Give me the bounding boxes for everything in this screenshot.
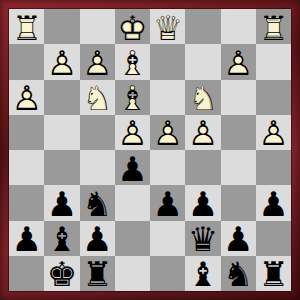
square-c4[interactable]: ♟♙	[185, 115, 220, 150]
square-e6[interactable]	[115, 185, 150, 220]
square-h7[interactable]: ♟	[9, 221, 44, 256]
piece-white-queen: ♛♕	[150, 9, 185, 44]
square-e8[interactable]	[115, 256, 150, 291]
square-a5[interactable]	[256, 150, 291, 185]
piece-black-pawn: ♟	[185, 185, 220, 220]
square-d5[interactable]	[150, 150, 185, 185]
white-piece-outline-glyph: ♙	[115, 116, 150, 151]
black-piece-glyph: ♟	[44, 186, 79, 221]
square-d1[interactable]: ♛♕	[150, 9, 185, 44]
piece-black-pawn: ♟	[115, 150, 150, 185]
square-c6[interactable]: ♟	[185, 185, 220, 220]
white-piece-outline-glyph: ♕	[150, 10, 185, 45]
square-h1[interactable]: ♜♖	[9, 9, 44, 44]
square-a7[interactable]	[256, 221, 291, 256]
square-b8[interactable]: ♞	[221, 256, 256, 291]
square-c7[interactable]: ♛	[185, 221, 220, 256]
square-b1[interactable]	[221, 9, 256, 44]
white-piece-outline-glyph: ♖	[256, 10, 291, 45]
piece-black-pawn: ♟	[9, 221, 44, 256]
piece-black-rook: ♜	[256, 256, 291, 291]
piece-black-bishop: ♝	[44, 221, 79, 256]
piece-white-pawn: ♟♙	[185, 115, 220, 150]
piece-black-pawn: ♟	[44, 185, 79, 220]
piece-black-rook: ♜	[80, 256, 115, 291]
piece-white-knight: ♞♘	[80, 80, 115, 115]
square-h8[interactable]	[9, 256, 44, 291]
square-f6[interactable]: ♞	[80, 185, 115, 220]
piece-white-pawn: ♟♙	[80, 44, 115, 79]
black-piece-glyph: ♝	[44, 222, 79, 257]
square-g3[interactable]	[44, 80, 79, 115]
square-g7[interactable]: ♝	[44, 221, 79, 256]
black-piece-glyph: ♛	[185, 222, 220, 257]
square-f1[interactable]	[80, 9, 115, 44]
black-piece-glyph: ♜	[256, 257, 291, 292]
piece-white-pawn: ♟♙	[221, 44, 256, 79]
square-f2[interactable]: ♟♙	[80, 44, 115, 79]
square-f4[interactable]	[80, 115, 115, 150]
piece-black-king: ♚	[44, 256, 79, 291]
square-b2[interactable]: ♟♙	[221, 44, 256, 79]
square-c1[interactable]	[185, 9, 220, 44]
piece-white-bishop: ♝♗	[115, 44, 150, 79]
square-d2[interactable]	[150, 44, 185, 79]
square-c2[interactable]	[185, 44, 220, 79]
square-b3[interactable]	[221, 80, 256, 115]
piece-white-pawn: ♟♙	[115, 115, 150, 150]
square-g6[interactable]: ♟	[44, 185, 79, 220]
white-piece-outline-glyph: ♖	[9, 10, 44, 45]
square-g2[interactable]: ♟♙	[44, 44, 79, 79]
white-piece-outline-glyph: ♗	[115, 81, 150, 116]
piece-white-pawn: ♟♙	[44, 44, 79, 79]
white-piece-outline-glyph: ♙	[150, 116, 185, 151]
piece-white-pawn: ♟♙	[150, 115, 185, 150]
black-piece-glyph: ♟	[80, 222, 115, 257]
white-piece-outline-glyph: ♗	[115, 45, 150, 80]
black-piece-glyph: ♞	[80, 186, 115, 221]
white-piece-outline-glyph: ♙	[9, 81, 44, 116]
square-h2[interactable]	[9, 44, 44, 79]
square-d3[interactable]	[150, 80, 185, 115]
square-f5[interactable]	[80, 150, 115, 185]
piece-black-bishop: ♝	[185, 256, 220, 291]
white-piece-outline-glyph: ♘	[80, 81, 115, 116]
square-g8[interactable]: ♚	[44, 256, 79, 291]
white-piece-outline-glyph: ♙	[185, 116, 220, 151]
square-a8[interactable]: ♜	[256, 256, 291, 291]
piece-white-pawn: ♟♙	[256, 115, 291, 150]
square-b4[interactable]	[221, 115, 256, 150]
square-g4[interactable]	[44, 115, 79, 150]
white-piece-outline-glyph: ♙	[221, 45, 256, 80]
square-f8[interactable]: ♜	[80, 256, 115, 291]
square-d6[interactable]: ♟	[150, 185, 185, 220]
piece-black-pawn: ♟	[150, 185, 185, 220]
black-piece-glyph: ♟	[221, 222, 256, 257]
square-d8[interactable]	[150, 256, 185, 291]
piece-white-rook: ♜♖	[9, 9, 44, 44]
square-a3[interactable]	[256, 80, 291, 115]
white-piece-outline-glyph: ♙	[256, 116, 291, 151]
piece-black-queen: ♛	[185, 221, 220, 256]
black-piece-glyph: ♟	[185, 186, 220, 221]
square-d7[interactable]	[150, 221, 185, 256]
square-c5[interactable]	[185, 150, 220, 185]
square-h3[interactable]: ♟♙	[9, 80, 44, 115]
black-piece-glyph: ♚	[44, 257, 79, 292]
square-g1[interactable]	[44, 9, 79, 44]
white-piece-outline-glyph: ♔	[115, 10, 150, 45]
square-h6[interactable]	[9, 185, 44, 220]
piece-black-knight: ♞	[221, 256, 256, 291]
square-c8[interactable]: ♝	[185, 256, 220, 291]
black-piece-glyph: ♟	[150, 186, 185, 221]
square-a2[interactable]	[256, 44, 291, 79]
chess-board: ♜♖♚♔♛♕♜♖♟♙♟♙♝♗♟♙♟♙♞♘♝♗♞♘♟♙♟♙♟♙♟♙♟♟♞♟♟♟♟♝…	[9, 9, 291, 291]
piece-white-bishop: ♝♗	[115, 80, 150, 115]
black-piece-glyph: ♟	[115, 151, 150, 186]
square-a1[interactable]: ♜♖	[256, 9, 291, 44]
square-e7[interactable]	[115, 221, 150, 256]
square-a6[interactable]: ♟	[256, 185, 291, 220]
piece-white-king: ♚♔	[115, 9, 150, 44]
square-e1[interactable]: ♚♔	[115, 9, 150, 44]
square-h5[interactable]	[9, 150, 44, 185]
square-d4[interactable]: ♟♙	[150, 115, 185, 150]
white-piece-outline-glyph: ♙	[80, 45, 115, 80]
black-piece-glyph: ♞	[221, 257, 256, 292]
square-g5[interactable]	[44, 150, 79, 185]
piece-black-pawn: ♟	[221, 221, 256, 256]
piece-white-pawn: ♟♙	[9, 80, 44, 115]
piece-black-pawn: ♟	[80, 221, 115, 256]
square-a4[interactable]: ♟♙	[256, 115, 291, 150]
square-h4[interactable]	[9, 115, 44, 150]
piece-white-knight: ♞♘	[185, 80, 220, 115]
white-piece-outline-glyph: ♘	[185, 81, 220, 116]
square-e4[interactable]: ♟♙	[115, 115, 150, 150]
square-e3[interactable]: ♝♗	[115, 80, 150, 115]
square-b7[interactable]: ♟	[221, 221, 256, 256]
square-b5[interactable]	[221, 150, 256, 185]
square-e5[interactable]: ♟	[115, 150, 150, 185]
black-piece-glyph: ♜	[80, 257, 115, 292]
square-f7[interactable]: ♟	[80, 221, 115, 256]
square-b6[interactable]	[221, 185, 256, 220]
board-frame: ♜♖♚♔♛♕♜♖♟♙♟♙♝♗♟♙♟♙♞♘♝♗♞♘♟♙♟♙♟♙♟♙♟♟♞♟♟♟♟♝…	[0, 0, 300, 300]
square-f3[interactable]: ♞♘	[80, 80, 115, 115]
black-piece-glyph: ♟	[9, 222, 44, 257]
piece-black-pawn: ♟	[256, 185, 291, 220]
square-e2[interactable]: ♝♗	[115, 44, 150, 79]
square-c3[interactable]: ♞♘	[185, 80, 220, 115]
white-piece-outline-glyph: ♙	[44, 45, 79, 80]
black-piece-glyph: ♝	[185, 257, 220, 292]
black-piece-glyph: ♟	[256, 186, 291, 221]
piece-white-rook: ♜♖	[256, 9, 291, 44]
piece-black-knight: ♞	[80, 185, 115, 220]
